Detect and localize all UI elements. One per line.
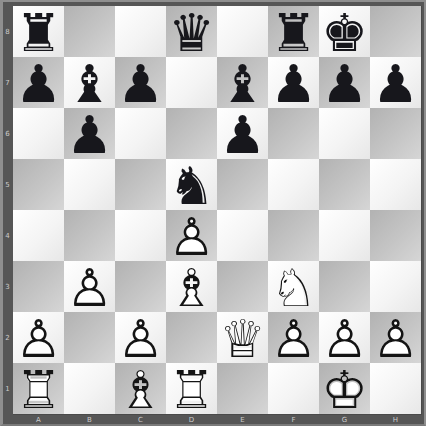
black-pawn[interactable]: ♟ (64, 109, 115, 160)
square-a4[interactable] (13, 210, 64, 261)
square-d7[interactable] (166, 57, 217, 108)
piece-outline-layer: ♙ (370, 313, 421, 364)
square-h6[interactable] (370, 108, 421, 159)
square-f7[interactable]: ♟ (268, 57, 319, 108)
square-b8[interactable] (64, 6, 115, 57)
square-a2[interactable]: ♟♙ (13, 312, 64, 363)
chess-board-frame: 87654321 ♜♛♜♚♟♝♟♝♟♟♟♟♟♞♟♙♟♙♝♗♞♘♟♙♟♙♛♕♟♙♟… (0, 0, 426, 426)
square-g4[interactable] (319, 210, 370, 261)
square-g8[interactable]: ♚ (319, 6, 370, 57)
black-pawn[interactable]: ♟ (13, 58, 64, 109)
square-e2[interactable]: ♛♕ (217, 312, 268, 363)
white-king[interactable]: ♚♔ (319, 364, 370, 415)
white-pawn[interactable]: ♟♙ (64, 262, 115, 313)
black-rook[interactable]: ♜ (268, 7, 319, 58)
white-pawn[interactable]: ♟♙ (268, 313, 319, 364)
square-e3[interactable] (217, 261, 268, 312)
piece-outline-layer: ♙ (319, 313, 370, 364)
piece-outline-layer: ♖ (13, 364, 64, 415)
white-pawn[interactable]: ♟♙ (166, 211, 217, 262)
chess-board: ♜♛♜♚♟♝♟♝♟♟♟♟♟♞♟♙♟♙♝♗♞♘♟♙♟♙♛♕♟♙♟♙♟♙♜♖♝♗♜♖… (13, 6, 422, 415)
square-c7[interactable]: ♟ (115, 57, 166, 108)
square-a7[interactable]: ♟ (13, 57, 64, 108)
rank-label-1: 1 (3, 363, 12, 414)
square-b3[interactable]: ♟♙ (64, 261, 115, 312)
white-rook[interactable]: ♜♖ (13, 364, 64, 415)
file-label-d: D (166, 415, 217, 424)
rank-label-5: 5 (3, 159, 12, 210)
square-a8[interactable]: ♜ (13, 6, 64, 57)
black-bishop[interactable]: ♝ (217, 58, 268, 109)
file-label-b: B (64, 415, 115, 424)
square-f8[interactable]: ♜ (268, 6, 319, 57)
square-b1[interactable] (64, 363, 115, 414)
square-c1[interactable]: ♝♗ (115, 363, 166, 414)
white-pawn[interactable]: ♟♙ (370, 313, 421, 364)
black-pawn[interactable]: ♟ (217, 109, 268, 160)
square-f4[interactable] (268, 210, 319, 261)
piece-outline-layer: ♙ (64, 262, 115, 313)
square-a5[interactable] (13, 159, 64, 210)
piece-outline-layer: ♔ (319, 364, 370, 415)
file-label-e: E (217, 415, 268, 424)
square-a3[interactable] (13, 261, 64, 312)
piece-outline-layer: ♗ (115, 364, 166, 415)
square-c6[interactable] (115, 108, 166, 159)
square-b2[interactable] (64, 312, 115, 363)
square-g1[interactable]: ♚♔ (319, 363, 370, 414)
rank-label-6: 6 (3, 108, 12, 159)
piece-outline-layer: ♘ (268, 262, 319, 313)
white-pawn[interactable]: ♟♙ (319, 313, 370, 364)
file-label-f: F (268, 415, 319, 424)
square-d8[interactable]: ♛ (166, 6, 217, 57)
square-h3[interactable] (370, 261, 421, 312)
rank-label-3: 3 (3, 261, 12, 312)
square-c2[interactable]: ♟♙ (115, 312, 166, 363)
square-e6[interactable]: ♟ (217, 108, 268, 159)
rank-labels: 87654321 (3, 6, 12, 414)
piece-outline-layer: ♙ (268, 313, 319, 364)
file-label-h: H (370, 415, 421, 424)
square-h1[interactable] (370, 363, 421, 414)
piece-outline-layer: ♕ (217, 313, 268, 364)
square-c4[interactable] (115, 210, 166, 261)
piece-outline-layer: ♖ (166, 364, 217, 415)
square-d4[interactable]: ♟♙ (166, 210, 217, 261)
black-knight[interactable]: ♞ (166, 160, 217, 211)
square-f6[interactable] (268, 108, 319, 159)
white-pawn[interactable]: ♟♙ (13, 313, 64, 364)
square-g7[interactable]: ♟ (319, 57, 370, 108)
square-g5[interactable] (319, 159, 370, 210)
square-f1[interactable] (268, 363, 319, 414)
square-c8[interactable] (115, 6, 166, 57)
black-queen[interactable]: ♛ (166, 7, 217, 58)
square-h7[interactable]: ♟ (370, 57, 421, 108)
square-e5[interactable] (217, 159, 268, 210)
white-queen[interactable]: ♛♕ (217, 313, 268, 364)
square-f2[interactable]: ♟♙ (268, 312, 319, 363)
square-b4[interactable] (64, 210, 115, 261)
piece-outline-layer: ♗ (166, 262, 217, 313)
file-label-a: A (13, 415, 64, 424)
black-rook[interactable]: ♜ (13, 7, 64, 58)
square-e8[interactable] (217, 6, 268, 57)
square-g3[interactable] (319, 261, 370, 312)
square-a1[interactable]: ♜♖ (13, 363, 64, 414)
square-d1[interactable]: ♜♖ (166, 363, 217, 414)
square-f3[interactable]: ♞♘ (268, 261, 319, 312)
square-d5[interactable]: ♞ (166, 159, 217, 210)
rank-label-2: 2 (3, 312, 12, 363)
rank-label-8: 8 (3, 6, 12, 57)
square-h4[interactable] (370, 210, 421, 261)
file-labels: ABCDEFGH (13, 415, 421, 424)
square-g6[interactable] (319, 108, 370, 159)
piece-outline-layer: ♙ (166, 211, 217, 262)
square-e1[interactable] (217, 363, 268, 414)
square-h5[interactable] (370, 159, 421, 210)
black-pawn[interactable]: ♟ (115, 58, 166, 109)
rank-label-7: 7 (3, 57, 12, 108)
white-knight[interactable]: ♞♘ (268, 262, 319, 313)
black-pawn[interactable]: ♟ (268, 58, 319, 109)
square-b5[interactable] (64, 159, 115, 210)
piece-outline-layer: ♙ (13, 313, 64, 364)
piece-outline-layer: ♙ (115, 313, 166, 364)
square-b6[interactable]: ♟ (64, 108, 115, 159)
white-bishop[interactable]: ♝♗ (166, 262, 217, 313)
square-b7[interactable]: ♝ (64, 57, 115, 108)
square-a6[interactable] (13, 108, 64, 159)
rank-label-4: 4 (3, 210, 12, 261)
black-king[interactable]: ♚ (319, 7, 370, 58)
square-f5[interactable] (268, 159, 319, 210)
black-bishop[interactable]: ♝ (64, 58, 115, 109)
square-g2[interactable]: ♟♙ (319, 312, 370, 363)
white-rook[interactable]: ♜♖ (166, 364, 217, 415)
square-c3[interactable] (115, 261, 166, 312)
square-h2[interactable]: ♟♙ (370, 312, 421, 363)
square-d6[interactable] (166, 108, 217, 159)
square-d2[interactable] (166, 312, 217, 363)
black-pawn[interactable]: ♟ (319, 58, 370, 109)
file-label-g: G (319, 415, 370, 424)
file-label-c: C (115, 415, 166, 424)
square-e7[interactable]: ♝ (217, 57, 268, 108)
square-e4[interactable] (217, 210, 268, 261)
white-bishop[interactable]: ♝♗ (115, 364, 166, 415)
square-d3[interactable]: ♝♗ (166, 261, 217, 312)
square-h8[interactable] (370, 6, 421, 57)
black-pawn[interactable]: ♟ (370, 58, 421, 109)
square-c5[interactable] (115, 159, 166, 210)
white-pawn[interactable]: ♟♙ (115, 313, 166, 364)
